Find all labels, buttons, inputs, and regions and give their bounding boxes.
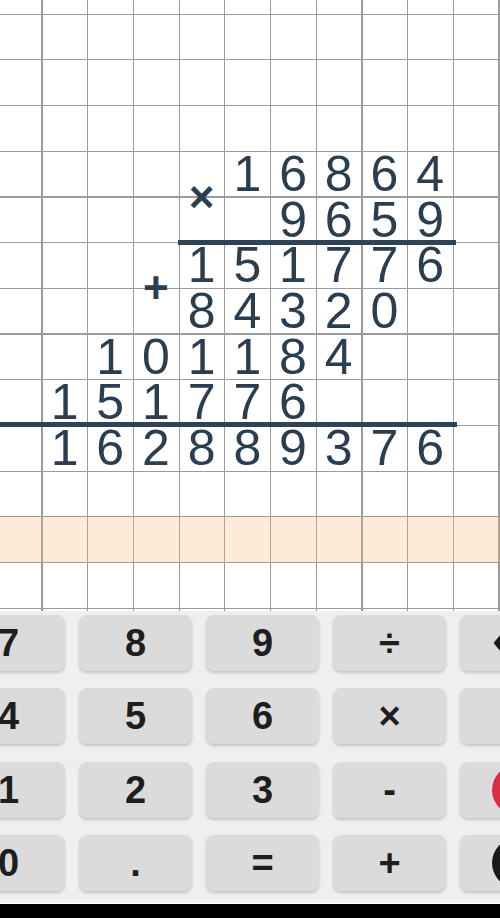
key-red-circle[interactable] bbox=[460, 762, 500, 818]
key-plus[interactable]: + bbox=[333, 835, 446, 891]
digit-cell: 7 bbox=[179, 380, 225, 426]
digit-cell: 1 bbox=[224, 334, 270, 380]
digit-cell: 2 bbox=[133, 425, 179, 471]
key-5[interactable]: 5 bbox=[79, 688, 192, 744]
digit-cell: 1 bbox=[42, 425, 88, 471]
digit-cell: 8 bbox=[179, 425, 225, 471]
digit-cell: 9 bbox=[270, 425, 316, 471]
row-partial-product-2: 84320 bbox=[179, 288, 407, 334]
digit-cell: 6 bbox=[270, 380, 316, 426]
row-product: 162889376 bbox=[42, 425, 453, 471]
digit-cell: 6 bbox=[407, 425, 453, 471]
digit-cell: 1 bbox=[179, 243, 225, 289]
black-circle-icon bbox=[492, 838, 500, 888]
bottom-black-bar bbox=[0, 904, 500, 918]
key-percent[interactable]: % bbox=[460, 688, 500, 744]
digit-cell: 1 bbox=[270, 243, 316, 289]
calculator-keypad: 789÷456×%123-0.=+ bbox=[0, 611, 500, 903]
digit-cell: + bbox=[133, 265, 179, 311]
row-multiplier: 9659 bbox=[270, 197, 453, 243]
digit-cell: 4 bbox=[407, 151, 453, 197]
digit-cell: 7 bbox=[316, 243, 362, 289]
digit-cell: 6 bbox=[407, 243, 453, 289]
digit-cell: 7 bbox=[224, 380, 270, 426]
digit-cell: 6 bbox=[270, 151, 316, 197]
key-0[interactable]: 0 bbox=[0, 835, 65, 891]
key-9[interactable]: 9 bbox=[206, 615, 319, 671]
row-partial-product-1: 151776 bbox=[179, 243, 453, 289]
digit-cell: 7 bbox=[362, 243, 408, 289]
rule-under-partial-products bbox=[0, 422, 457, 427]
key-minus[interactable]: - bbox=[333, 762, 446, 818]
multiply-sign: × bbox=[179, 174, 225, 220]
digit-cell: × bbox=[179, 174, 225, 220]
key-8[interactable]: 8 bbox=[79, 615, 192, 671]
digit-cell: 1 bbox=[87, 334, 133, 380]
digit-cell: 6 bbox=[87, 425, 133, 471]
digit-cell: 3 bbox=[316, 425, 362, 471]
digit-cell: 9 bbox=[407, 197, 453, 243]
key-7[interactable]: 7 bbox=[0, 615, 65, 671]
digit-cell: 3 bbox=[270, 288, 316, 334]
digit-cell: 9 bbox=[270, 197, 316, 243]
row-partial-product-4: 151776 bbox=[42, 380, 316, 426]
digit-cell: 1 bbox=[42, 380, 88, 426]
digit-cell: 6 bbox=[316, 197, 362, 243]
digit-cell: 0 bbox=[362, 288, 408, 334]
app-screen: 16864×9659151776+84320101184151776162889… bbox=[0, 0, 500, 918]
key-divide[interactable]: ÷ bbox=[333, 615, 446, 671]
key-2[interactable]: 2 bbox=[79, 762, 192, 818]
digit-cell: 1 bbox=[225, 151, 271, 197]
row-multiplicand: 16864 bbox=[225, 151, 453, 197]
backspace-icon bbox=[494, 628, 500, 659]
key-3[interactable]: 3 bbox=[206, 762, 319, 818]
digit-cell: 4 bbox=[224, 288, 270, 334]
digit-cell: 5 bbox=[362, 197, 408, 243]
worksheet-grid: 16864×9659151776+84320101184151776162889… bbox=[0, 0, 500, 611]
active-answer-row[interactable] bbox=[0, 517, 500, 563]
digit-cell: 7 bbox=[362, 425, 408, 471]
row-partial-product-3: 101184 bbox=[87, 334, 361, 380]
digit-cell: 8 bbox=[224, 425, 270, 471]
key-1[interactable]: 1 bbox=[0, 762, 65, 818]
digit-cell: 4 bbox=[316, 334, 362, 380]
digit-cell: 2 bbox=[316, 288, 362, 334]
key-equals[interactable]: = bbox=[206, 835, 319, 891]
key-4[interactable]: 4 bbox=[0, 688, 65, 744]
key-decimal[interactable]: . bbox=[79, 835, 192, 891]
red-circle-icon bbox=[492, 765, 500, 815]
digit-cell: 8 bbox=[270, 334, 316, 380]
digit-cell: 1 bbox=[133, 380, 179, 426]
key-backspace[interactable] bbox=[460, 615, 500, 671]
digit-cell: 1 bbox=[179, 334, 225, 380]
digit-cell: 5 bbox=[224, 243, 270, 289]
digit-cell: 0 bbox=[133, 334, 179, 380]
digit-cell: 8 bbox=[179, 288, 225, 334]
digit-cell: 5 bbox=[87, 380, 133, 426]
key-6[interactable]: 6 bbox=[206, 688, 319, 744]
key-multiply[interactable]: × bbox=[333, 688, 446, 744]
plus-sign: + bbox=[133, 265, 179, 311]
digit-cell: 6 bbox=[362, 151, 408, 197]
rule-under-multiplier bbox=[178, 240, 456, 245]
digit-cell: 8 bbox=[316, 151, 362, 197]
key-black-circle[interactable] bbox=[460, 835, 500, 891]
